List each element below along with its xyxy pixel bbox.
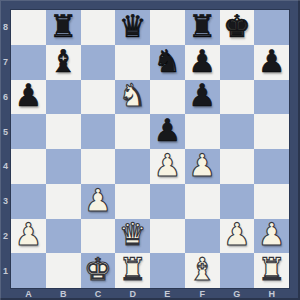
piece-white-rook[interactable]: ♜ — [258, 254, 286, 285]
rank-label-3: 3 — [0, 184, 11, 219]
square-d6[interactable]: ♞ — [115, 80, 150, 115]
square-g3[interactable] — [220, 184, 255, 219]
square-d7[interactable] — [115, 45, 150, 80]
square-e5[interactable]: ♟ — [150, 114, 185, 149]
square-a6[interactable]: ♟ — [11, 80, 46, 115]
rank-label-7: 7 — [0, 45, 11, 80]
rank-label-2: 2 — [0, 219, 11, 254]
piece-white-pawn[interactable]: ♟ — [84, 185, 112, 216]
square-a4[interactable] — [11, 149, 46, 184]
square-b1[interactable] — [46, 253, 81, 288]
piece-black-rook[interactable]: ♜ — [49, 11, 77, 42]
square-a7[interactable] — [11, 45, 46, 80]
square-e7[interactable]: ♞ — [150, 45, 185, 80]
piece-white-pawn[interactable]: ♟ — [153, 150, 181, 181]
square-h4[interactable] — [254, 149, 289, 184]
rank-label-6: 6 — [0, 80, 11, 115]
file-label-e: E — [150, 288, 185, 300]
square-f5[interactable] — [185, 114, 220, 149]
square-f3[interactable] — [185, 184, 220, 219]
square-c7[interactable] — [81, 45, 116, 80]
piece-black-king[interactable]: ♚ — [223, 11, 251, 42]
square-f7[interactable]: ♟ — [185, 45, 220, 80]
square-e2[interactable] — [150, 219, 185, 254]
square-f4[interactable]: ♟ — [185, 149, 220, 184]
square-f8[interactable]: ♜ — [185, 10, 220, 45]
piece-white-bishop[interactable]: ♝ — [188, 254, 216, 285]
square-b4[interactable] — [46, 149, 81, 184]
square-g2[interactable]: ♟ — [220, 219, 255, 254]
square-c2[interactable] — [81, 219, 116, 254]
piece-white-queen[interactable]: ♛ — [119, 219, 147, 250]
square-h6[interactable] — [254, 80, 289, 115]
piece-black-bishop[interactable]: ♝ — [49, 46, 77, 77]
file-label-c: C — [81, 288, 116, 300]
rank-label-4: 4 — [0, 149, 11, 184]
square-c4[interactable] — [81, 149, 116, 184]
square-d3[interactable] — [115, 184, 150, 219]
file-label-b: B — [46, 288, 81, 300]
piece-black-pawn[interactable]: ♟ — [153, 115, 181, 146]
square-e8[interactable] — [150, 10, 185, 45]
square-d4[interactable] — [115, 149, 150, 184]
piece-black-pawn[interactable]: ♟ — [258, 46, 286, 77]
file-label-h: H — [254, 288, 289, 300]
square-h5[interactable] — [254, 114, 289, 149]
square-h7[interactable]: ♟ — [254, 45, 289, 80]
piece-white-pawn[interactable]: ♟ — [223, 219, 251, 250]
piece-white-king[interactable]: ♚ — [84, 254, 112, 285]
piece-black-pawn[interactable]: ♟ — [14, 80, 42, 111]
piece-black-rook[interactable]: ♜ — [188, 11, 216, 42]
square-c8[interactable] — [81, 10, 116, 45]
rank-labels: 87654321 — [0, 10, 11, 288]
square-b6[interactable] — [46, 80, 81, 115]
square-e4[interactable]: ♟ — [150, 149, 185, 184]
square-h2[interactable]: ♟ — [254, 219, 289, 254]
piece-black-pawn[interactable]: ♟ — [188, 80, 216, 111]
square-a2[interactable]: ♟ — [11, 219, 46, 254]
square-g8[interactable]: ♚ — [220, 10, 255, 45]
rank-label-5: 5 — [0, 114, 11, 149]
rank-label-8: 8 — [0, 10, 11, 45]
file-labels: ABCDEFGH — [11, 288, 289, 300]
square-h1[interactable]: ♜ — [254, 253, 289, 288]
square-a1[interactable] — [11, 253, 46, 288]
piece-white-rook[interactable]: ♜ — [119, 254, 147, 285]
square-f1[interactable]: ♝ — [185, 253, 220, 288]
square-d8[interactable]: ♛ — [115, 10, 150, 45]
square-e3[interactable] — [150, 184, 185, 219]
square-g1[interactable] — [220, 253, 255, 288]
piece-black-knight[interactable]: ♞ — [153, 46, 181, 77]
square-a3[interactable] — [11, 184, 46, 219]
square-c5[interactable] — [81, 114, 116, 149]
square-c3[interactable]: ♟ — [81, 184, 116, 219]
square-b5[interactable] — [46, 114, 81, 149]
square-a5[interactable] — [11, 114, 46, 149]
file-label-f: F — [185, 288, 220, 300]
square-a8[interactable] — [11, 10, 46, 45]
square-c6[interactable] — [81, 80, 116, 115]
rank-label-1: 1 — [0, 253, 11, 288]
square-d2[interactable]: ♛ — [115, 219, 150, 254]
piece-white-pawn[interactable]: ♟ — [14, 219, 42, 250]
square-d1[interactable]: ♜ — [115, 253, 150, 288]
square-f2[interactable] — [185, 219, 220, 254]
chess-board[interactable]: ♜♛♜♚♝♞♟♟♟♞♟♟♟♟♟♟♛♟♟♚♜♝♜ — [11, 10, 289, 288]
piece-white-knight[interactable]: ♞ — [119, 80, 147, 111]
file-label-d: D — [115, 288, 150, 300]
file-label-g: G — [220, 288, 255, 300]
square-g5[interactable] — [220, 114, 255, 149]
piece-black-pawn[interactable]: ♟ — [188, 46, 216, 77]
square-f6[interactable]: ♟ — [185, 80, 220, 115]
file-label-a: A — [11, 288, 46, 300]
square-b3[interactable] — [46, 184, 81, 219]
square-h8[interactable] — [254, 10, 289, 45]
square-d5[interactable] — [115, 114, 150, 149]
square-g4[interactable] — [220, 149, 255, 184]
square-h3[interactable] — [254, 184, 289, 219]
piece-white-pawn[interactable]: ♟ — [188, 150, 216, 181]
piece-black-queen[interactable]: ♛ — [119, 11, 147, 42]
square-g7[interactable] — [220, 45, 255, 80]
piece-white-pawn[interactable]: ♟ — [258, 219, 286, 250]
chess-diagram: 87654321 ♜♛♜♚♝♞♟♟♟♞♟♟♟♟♟♟♛♟♟♚♜♝♜ ABCDEFG… — [0, 0, 300, 300]
square-b7[interactable]: ♝ — [46, 45, 81, 80]
square-b8[interactable]: ♜ — [46, 10, 81, 45]
square-e1[interactable] — [150, 253, 185, 288]
square-c1[interactable]: ♚ — [81, 253, 116, 288]
square-b2[interactable] — [46, 219, 81, 254]
square-g6[interactable] — [220, 80, 255, 115]
square-e6[interactable] — [150, 80, 185, 115]
